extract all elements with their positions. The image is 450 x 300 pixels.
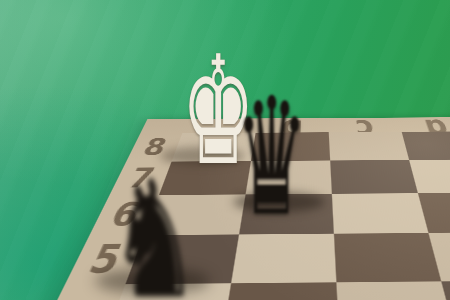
black-knight-piece[interactable]: ♞ bbox=[74, 158, 236, 300]
photo-canvas: bcd8765 ♚♛♞ bbox=[0, 0, 450, 300]
square-c5[interactable] bbox=[334, 233, 441, 282]
file-label-d: d bbox=[398, 117, 450, 132]
square-d8[interactable] bbox=[402, 131, 450, 160]
black-knight-glyph: ♞ bbox=[110, 158, 200, 300]
square-c4[interactable] bbox=[336, 281, 450, 300]
black-queen-glyph: ♛ bbox=[236, 76, 309, 238]
square-b4[interactable] bbox=[221, 282, 339, 300]
